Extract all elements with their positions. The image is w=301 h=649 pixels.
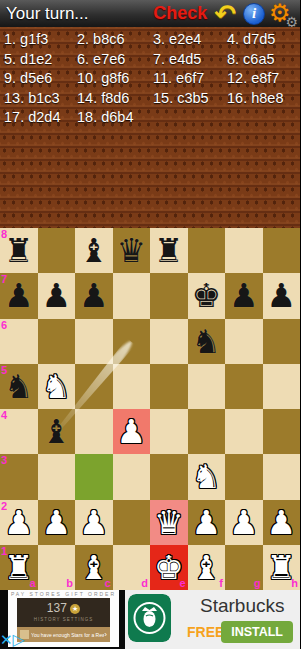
move-entry: 6. e7e6 — [77, 50, 153, 70]
piece-wN: ♞ — [188, 454, 226, 499]
file-label: d — [141, 578, 148, 589]
rank-label: 6 — [1, 320, 7, 331]
square-f5[interactable] — [188, 364, 226, 409]
square-f2[interactable]: ♟ — [188, 500, 226, 545]
file-label: e — [179, 578, 185, 589]
rank-label: 5 — [1, 365, 7, 376]
move-entry: 10. g8f6 — [77, 69, 153, 89]
square-a2[interactable]: 2♟ — [0, 500, 38, 545]
square-a5[interactable]: 5♞ — [0, 364, 38, 409]
square-d2[interactable] — [113, 500, 151, 545]
chevron-right-icon: › — [104, 630, 107, 639]
square-b6[interactable] — [38, 319, 76, 364]
file-label: a — [29, 578, 35, 589]
square-h7[interactable]: ♟ — [263, 273, 301, 318]
move-entry: 18. d6b4 — [77, 108, 153, 128]
square-c4[interactable] — [75, 409, 113, 454]
move-entry: 2. b8c6 — [77, 30, 153, 50]
move-entry: 11. e6f7 — [153, 69, 227, 89]
ad-phone-menu: PAY STORES GIFT ORDER — [8, 590, 119, 597]
square-h6[interactable] — [263, 319, 301, 364]
star-icon: ★ — [70, 604, 80, 614]
piece-bP: ♟ — [225, 273, 263, 318]
square-g3[interactable] — [225, 454, 263, 499]
square-a8[interactable]: 8♜ — [0, 228, 38, 273]
square-b1[interactable]: b — [38, 545, 76, 590]
piece-wP: ♟ — [263, 500, 301, 545]
piece-wP: ♟ — [188, 500, 226, 545]
turn-status: Your turn... — [6, 4, 89, 24]
move-entry: 17. d2d4 — [4, 108, 77, 128]
square-f1[interactable]: f♝ — [188, 545, 226, 590]
ad-install-card: Starbucks FREE INSTALL — [125, 590, 300, 649]
adchoices-icon[interactable]: ✕ ▷ — [0, 632, 25, 647]
square-b8[interactable] — [38, 228, 76, 273]
move-list: 1. g1f32. b8c63. e2e44. d7d55. d1e26. e7… — [0, 27, 300, 128]
square-b2[interactable]: ♟ — [38, 500, 76, 545]
square-c7[interactable]: ♟ — [75, 273, 113, 318]
piece-bR: ♜ — [150, 228, 188, 273]
file-label: g — [254, 578, 261, 589]
square-d7[interactable] — [113, 273, 151, 318]
square-h5[interactable] — [263, 364, 301, 409]
rank-label: 2 — [1, 501, 7, 512]
square-c8[interactable]: ♝ — [75, 228, 113, 273]
move-entry: 12. e8f7 — [227, 69, 300, 89]
adchoices-triangle-icon: ▷ — [13, 632, 25, 647]
ad-phone-tabs: HISTORY SETTINGS — [17, 617, 110, 622]
move-entry: 8. c6a5 — [227, 50, 300, 70]
move-entry: 13. b1c3 — [4, 89, 77, 109]
square-e2[interactable]: ♛ — [150, 500, 188, 545]
check-indicator: Check — [153, 3, 207, 24]
piece-wP: ♟ — [113, 409, 151, 454]
wood-background: 1. g1f32. b8c63. e2e44. d7d55. d1e26. e7… — [0, 27, 300, 228]
square-e8[interactable]: ♜ — [150, 228, 188, 273]
ad-screenshot[interactable]: PAY STORES GIFT ORDER 137 ★ HISTORY SETT… — [0, 590, 125, 649]
square-a3[interactable]: 3 — [0, 454, 38, 499]
piece-bB: ♝ — [75, 228, 113, 273]
status-bar: Your turn... Check ↶ i ⚙ ⚙ — [0, 0, 300, 28]
rank-label: 7 — [1, 274, 7, 285]
square-h8[interactable] — [263, 228, 301, 273]
square-c2[interactable]: ♟ — [75, 500, 113, 545]
piece-wP: ♟ — [75, 500, 113, 545]
ad-close-icon[interactable]: ✕ — [0, 632, 13, 647]
square-c6[interactable] — [75, 319, 113, 364]
move-entry: 3. e2e4 — [153, 30, 227, 50]
square-b3[interactable] — [38, 454, 76, 499]
ad-banner: PAY STORES GIFT ORDER 137 ★ HISTORY SETT… — [0, 590, 300, 649]
square-h2[interactable]: ♟ — [263, 500, 301, 545]
piece-bP: ♟ — [263, 273, 301, 318]
starbucks-logo-icon[interactable] — [128, 594, 171, 642]
move-entry: 9. d5e6 — [4, 69, 77, 89]
chess-board: 8♜♝♛♜7♟♟♟♚♟♟6♞5♞♞4♝♟3♞2♟♟♟♛♟♟♟1a♜bc♝de♚f… — [0, 228, 300, 590]
square-e1[interactable]: e♚ — [150, 545, 188, 590]
undo-icon[interactable]: ↶ — [214, 1, 236, 27]
ad-price-label: FREE — [187, 624, 224, 640]
ad-phone-stars-panel: 137 ★ HISTORY SETTINGS — [17, 598, 110, 627]
square-h4[interactable] — [263, 409, 301, 454]
piece-wP: ♟ — [38, 500, 76, 545]
square-e6[interactable] — [150, 319, 188, 364]
square-e3[interactable] — [150, 454, 188, 499]
square-g2[interactable]: ♟ — [225, 500, 263, 545]
move-entry: 7. e4d5 — [153, 50, 227, 70]
rank-label: 4 — [1, 410, 7, 421]
square-a6[interactable]: 6 — [0, 319, 38, 364]
move-entry: 5. d1e2 — [4, 50, 77, 70]
square-g7[interactable]: ♟ — [225, 273, 263, 318]
piece-wN: ♞ — [38, 364, 76, 409]
square-a7[interactable]: 7♟ — [0, 273, 38, 318]
square-g6[interactable] — [225, 319, 263, 364]
square-f4[interactable] — [188, 409, 226, 454]
square-g8[interactable] — [225, 228, 263, 273]
square-f8[interactable] — [188, 228, 226, 273]
square-e7[interactable] — [150, 273, 188, 318]
square-d8[interactable]: ♛ — [113, 228, 151, 273]
piece-bQ: ♛ — [113, 228, 151, 273]
square-g4[interactable] — [225, 409, 263, 454]
ad-phone-banner: You have enough Stars for a Reward › — [17, 627, 110, 642]
square-c3[interactable] — [75, 454, 113, 499]
move-entry: 16. h8e8 — [227, 89, 300, 109]
square-h3[interactable] — [263, 454, 301, 499]
square-b7[interactable]: ♟ — [38, 273, 76, 318]
square-c1[interactable]: c♝ — [75, 545, 113, 590]
file-label: c — [104, 578, 110, 589]
square-f7[interactable]: ♚ — [188, 273, 226, 318]
piece-bB: ♝ — [38, 409, 76, 454]
piece-bN: ♞ — [188, 319, 226, 364]
square-b5[interactable]: ♞ — [38, 364, 76, 409]
square-d6[interactable] — [113, 319, 151, 364]
square-d1[interactable]: d — [113, 545, 151, 590]
piece-wP: ♟ — [225, 500, 263, 545]
info-icon[interactable]: i — [243, 3, 265, 25]
square-d5[interactable] — [113, 364, 151, 409]
square-a1[interactable]: 1a♜ — [0, 545, 38, 590]
ad-stars-count: 137 — [47, 601, 67, 615]
square-f3[interactable]: ♞ — [188, 454, 226, 499]
piece-bP: ♟ — [38, 273, 76, 318]
move-entry: 1. g1f3 — [4, 30, 77, 50]
piece-wQ: ♛ — [150, 500, 188, 545]
square-f6[interactable]: ♞ — [188, 319, 226, 364]
rank-label: 3 — [1, 455, 7, 466]
piece-bK: ♚ — [188, 273, 226, 318]
move-entry: 15. c3b5 — [153, 89, 227, 109]
square-g5[interactable] — [225, 364, 263, 409]
square-b4[interactable]: ♝ — [38, 409, 76, 454]
settings-gear-icon[interactable]: ⚙ ⚙ — [269, 1, 297, 27]
piece-bP: ♟ — [75, 273, 113, 318]
file-label: h — [291, 578, 298, 589]
ad-banner-text: You have enough Stars for a Reward — [31, 632, 104, 638]
square-e4[interactable] — [150, 409, 188, 454]
square-a4[interactable]: 4 — [0, 409, 38, 454]
square-g1[interactable]: g — [225, 545, 263, 590]
square-d4[interactable]: ♟ — [113, 409, 151, 454]
move-entry: 4. d7d5 — [227, 30, 300, 50]
ad-app-name: Starbucks — [200, 595, 284, 617]
square-c5[interactable] — [75, 364, 113, 409]
square-h1[interactable]: h♜ — [263, 545, 301, 590]
square-d3[interactable] — [113, 454, 151, 499]
square-e5[interactable] — [150, 364, 188, 409]
file-label: b — [66, 578, 73, 589]
install-button[interactable]: INSTALL — [221, 621, 293, 643]
rank-label: 1 — [1, 546, 7, 557]
rank-label: 8 — [1, 229, 7, 240]
file-label: f — [219, 578, 223, 589]
move-entry: 14. f8d6 — [77, 89, 153, 109]
